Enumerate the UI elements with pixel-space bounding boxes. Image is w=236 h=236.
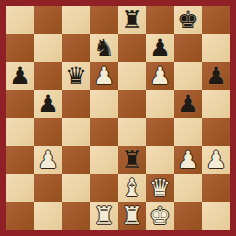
piece-black-pawn-a6[interactable]: ♟: [9, 62, 31, 90]
square-e2[interactable]: ♝: [118, 174, 146, 202]
square-d7[interactable]: ♞: [90, 34, 118, 62]
square-h6[interactable]: ♟: [202, 62, 230, 90]
square-d8[interactable]: [90, 6, 118, 34]
square-f1[interactable]: ♚: [146, 202, 174, 230]
piece-black-rook-e8[interactable]: ♜: [121, 6, 143, 34]
chessboard: ♜♚♞♟♟♛♟♟♟♟♟♟♜♟♟♝♛♜♜♚: [6, 6, 230, 230]
piece-black-pawn-b5[interactable]: ♟: [37, 90, 59, 118]
square-c2[interactable]: [62, 174, 90, 202]
square-c5[interactable]: [62, 90, 90, 118]
square-a6[interactable]: ♟: [6, 62, 34, 90]
square-a7[interactable]: [6, 34, 34, 62]
square-a8[interactable]: [6, 6, 34, 34]
square-h1[interactable]: [202, 202, 230, 230]
square-e7[interactable]: [118, 34, 146, 62]
square-f3[interactable]: [146, 146, 174, 174]
piece-white-rook-e1[interactable]: ♜: [121, 202, 143, 230]
square-f7[interactable]: ♟: [146, 34, 174, 62]
square-b6[interactable]: [34, 62, 62, 90]
square-g4[interactable]: [174, 118, 202, 146]
square-f6[interactable]: ♟: [146, 62, 174, 90]
square-h3[interactable]: ♟: [202, 146, 230, 174]
square-c1[interactable]: [62, 202, 90, 230]
square-d4[interactable]: [90, 118, 118, 146]
square-d3[interactable]: [90, 146, 118, 174]
piece-black-pawn-h6[interactable]: ♟: [205, 62, 227, 90]
piece-white-queen-f2[interactable]: ♛: [149, 174, 171, 202]
piece-white-bishop-e2[interactable]: ♝: [121, 174, 143, 202]
square-h7[interactable]: [202, 34, 230, 62]
square-f4[interactable]: [146, 118, 174, 146]
square-a1[interactable]: [6, 202, 34, 230]
square-f2[interactable]: ♛: [146, 174, 174, 202]
piece-black-knight-d7[interactable]: ♞: [93, 34, 115, 62]
square-e6[interactable]: [118, 62, 146, 90]
square-g8[interactable]: ♚: [174, 6, 202, 34]
square-b7[interactable]: [34, 34, 62, 62]
square-d1[interactable]: ♜: [90, 202, 118, 230]
square-g1[interactable]: [174, 202, 202, 230]
square-g6[interactable]: [174, 62, 202, 90]
piece-white-pawn-f6[interactable]: ♟: [149, 62, 171, 90]
piece-white-king-f1[interactable]: ♚: [149, 202, 171, 230]
square-c7[interactable]: [62, 34, 90, 62]
piece-white-rook-d1[interactable]: ♜: [93, 202, 115, 230]
piece-black-pawn-g5[interactable]: ♟: [177, 90, 199, 118]
square-g7[interactable]: [174, 34, 202, 62]
square-h8[interactable]: [202, 6, 230, 34]
square-d6[interactable]: ♟: [90, 62, 118, 90]
piece-white-pawn-h3[interactable]: ♟: [205, 146, 227, 174]
piece-black-king-g8[interactable]: ♚: [177, 6, 199, 34]
piece-white-pawn-b3[interactable]: ♟: [37, 146, 59, 174]
square-e5[interactable]: [118, 90, 146, 118]
square-e3[interactable]: ♜: [118, 146, 146, 174]
square-c3[interactable]: [62, 146, 90, 174]
square-h4[interactable]: [202, 118, 230, 146]
square-h5[interactable]: [202, 90, 230, 118]
square-c4[interactable]: [62, 118, 90, 146]
square-e1[interactable]: ♜: [118, 202, 146, 230]
square-b2[interactable]: [34, 174, 62, 202]
square-d5[interactable]: [90, 90, 118, 118]
piece-white-pawn-d6[interactable]: ♟: [93, 62, 115, 90]
square-e8[interactable]: ♜: [118, 6, 146, 34]
chessboard-frame: ♜♚♞♟♟♛♟♟♟♟♟♟♜♟♟♝♛♜♜♚: [0, 0, 236, 236]
piece-black-queen-c6[interactable]: ♛: [65, 62, 87, 90]
square-h2[interactable]: [202, 174, 230, 202]
square-c8[interactable]: [62, 6, 90, 34]
square-b3[interactable]: ♟: [34, 146, 62, 174]
square-a4[interactable]: [6, 118, 34, 146]
square-g3[interactable]: ♟: [174, 146, 202, 174]
square-f8[interactable]: [146, 6, 174, 34]
square-g2[interactable]: [174, 174, 202, 202]
square-c6[interactable]: ♛: [62, 62, 90, 90]
piece-black-rook-e3[interactable]: ♜: [121, 146, 143, 174]
square-b1[interactable]: [34, 202, 62, 230]
piece-black-pawn-f7[interactable]: ♟: [149, 34, 171, 62]
square-b8[interactable]: [34, 6, 62, 34]
square-d2[interactable]: [90, 174, 118, 202]
square-b4[interactable]: [34, 118, 62, 146]
square-g5[interactable]: ♟: [174, 90, 202, 118]
square-a5[interactable]: [6, 90, 34, 118]
square-a2[interactable]: [6, 174, 34, 202]
square-b5[interactable]: ♟: [34, 90, 62, 118]
piece-white-pawn-g3[interactable]: ♟: [177, 146, 199, 174]
square-a3[interactable]: [6, 146, 34, 174]
square-e4[interactable]: [118, 118, 146, 146]
square-f5[interactable]: [146, 90, 174, 118]
